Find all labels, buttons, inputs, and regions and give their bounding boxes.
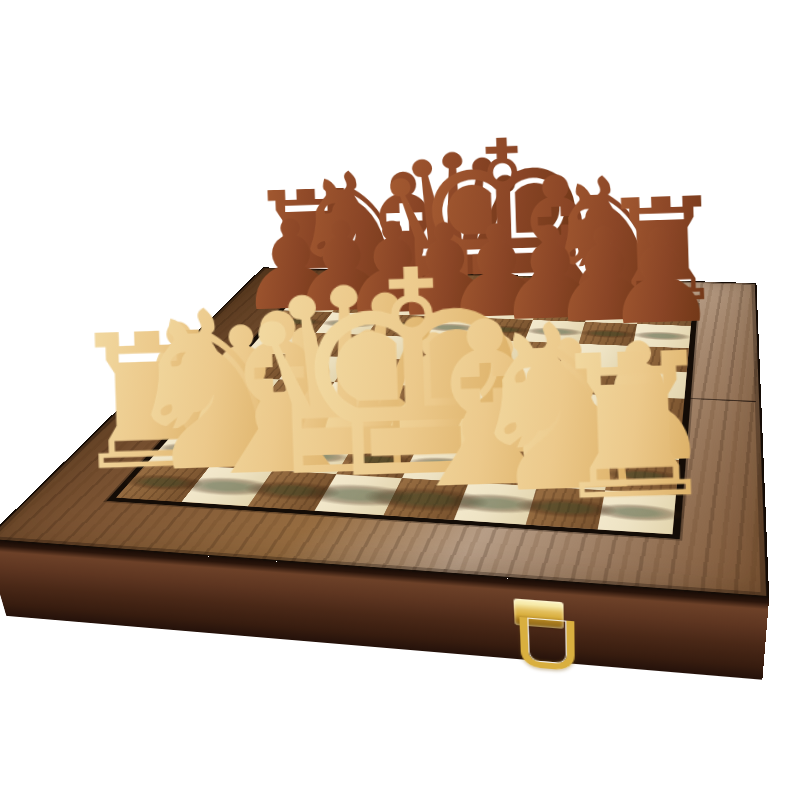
playing-surface: ♜♞♝♛♚♝♞♜♟♟♟♟♟♟♟♟♟♟♟♟♟♟♟♟♜♞♝♛♚♝♞♜ [106, 290, 698, 540]
board-top-face: ♜♞♝♛♚♝♞♜♟♟♟♟♟♟♟♟♟♟♟♟♟♟♟♟♜♞♝♛♚♝♞♜ [0, 267, 769, 597]
piece-glyph: ♜ [432, 321, 800, 532]
product-photo-stage: ♜♞♝♛♚♝♞♜♟♟♟♟♟♟♟♟♟♟♟♟♟♟♟♟♜♞♝♛♚♝♞♜ [0, 0, 800, 800]
clasp-hasp [519, 617, 574, 671]
chess-board-box: ♜♞♝♛♚♝♞♜♟♟♟♟♟♟♟♟♟♟♟♟♟♟♟♟♜♞♝♛♚♝♞♜ [0, 267, 769, 597]
photo-scene: ♜♞♝♛♚♝♞♜♟♟♟♟♟♟♟♟♟♟♟♟♟♟♟♟♜♞♝♛♚♝♞♜ [0, 0, 800, 800]
brass-clasp-front [508, 598, 570, 676]
square-h1: ♜ [598, 491, 676, 535]
brass-clasp-left [0, 550, 16, 625]
